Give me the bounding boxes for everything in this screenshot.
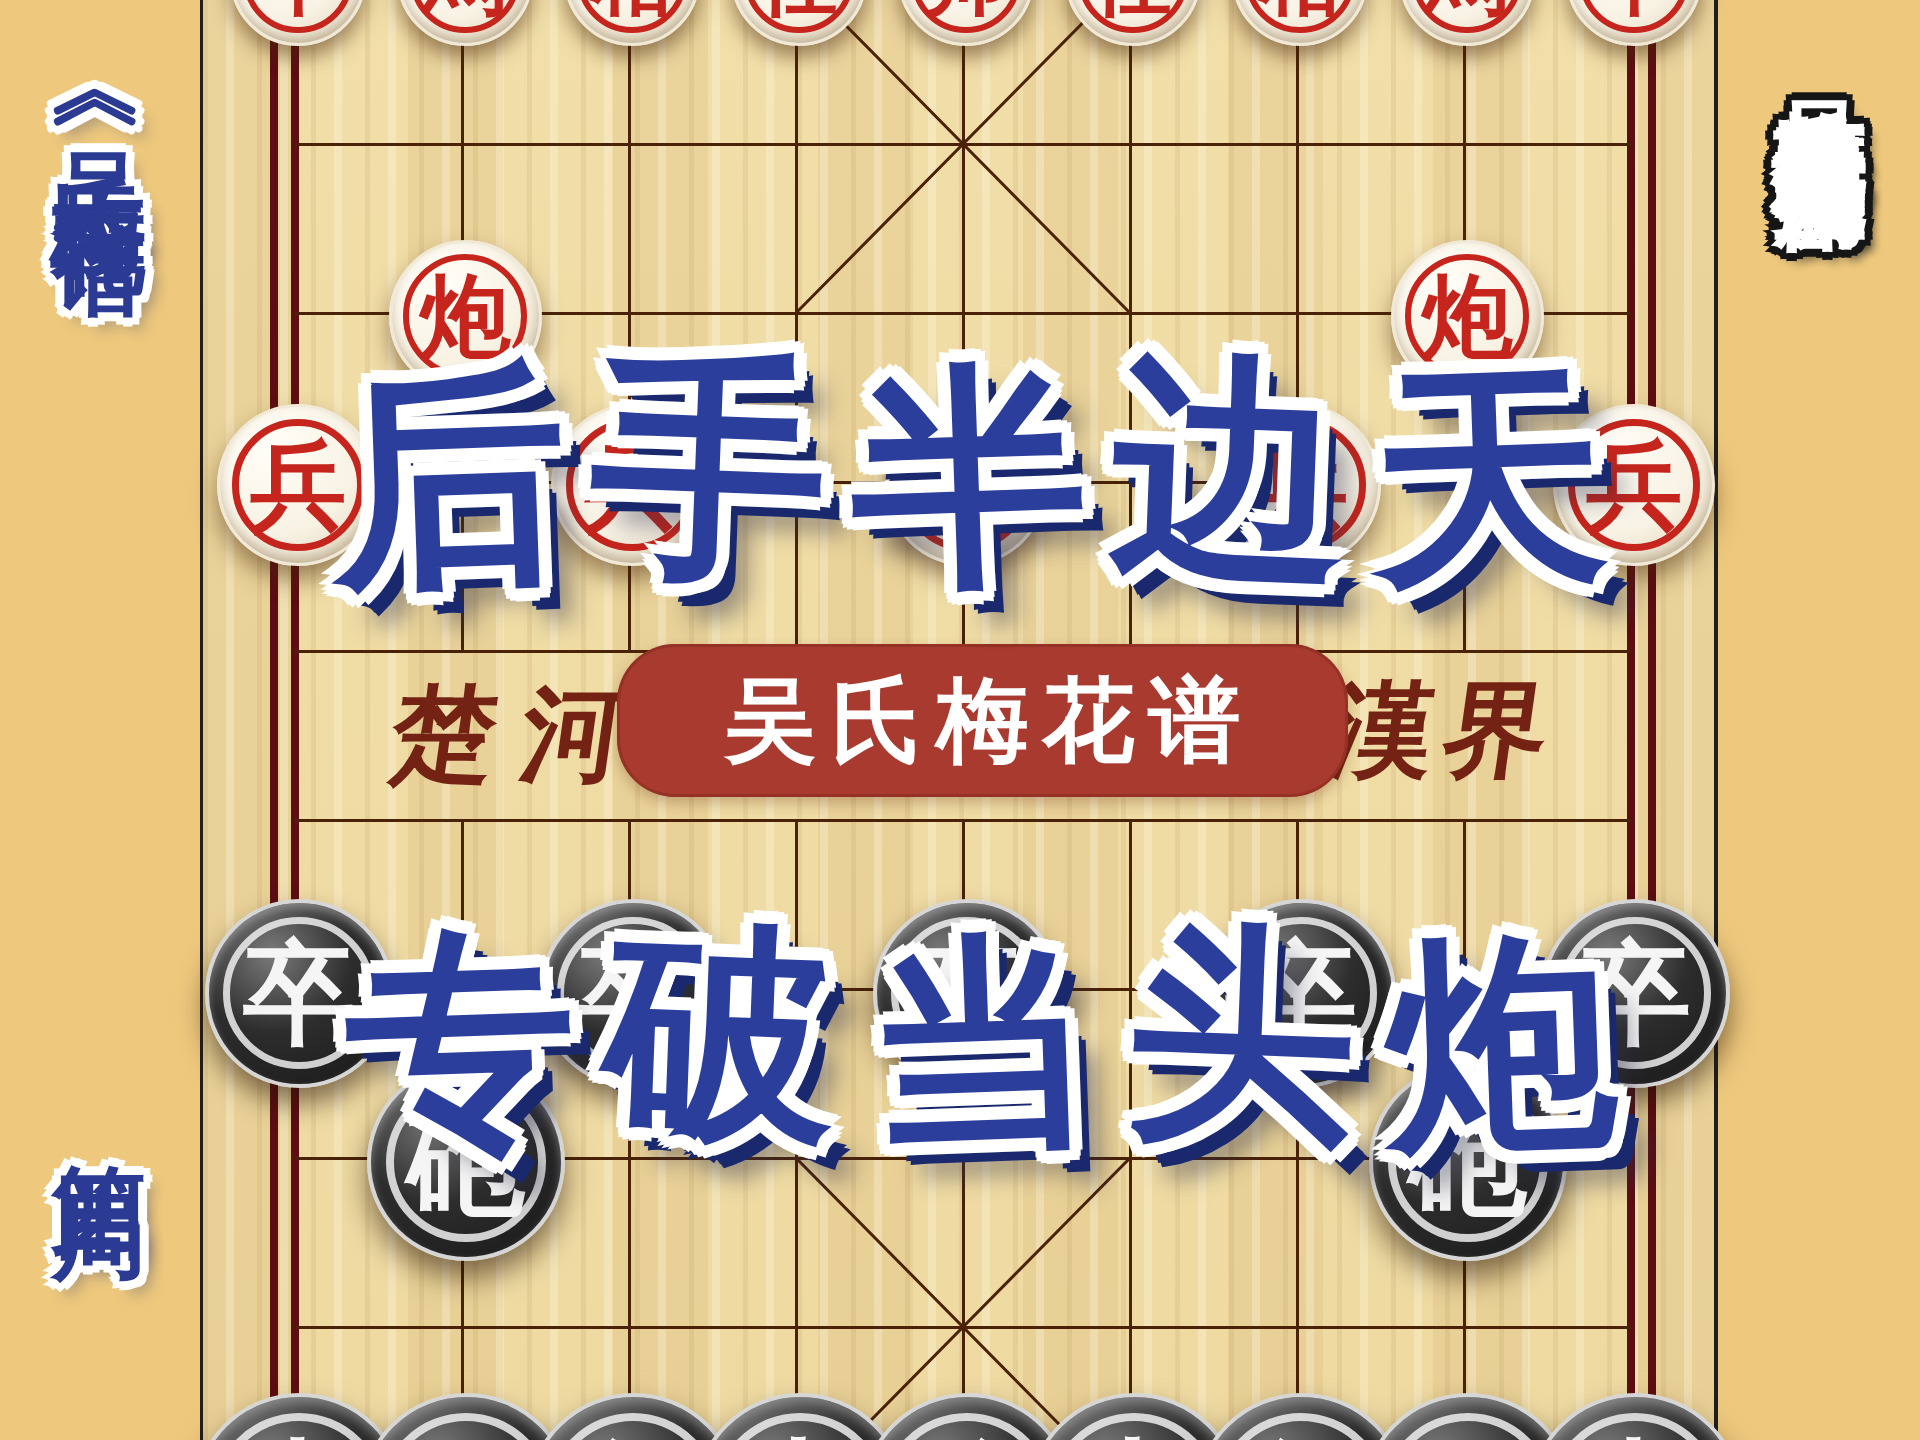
title-char: 手 [587, 347, 856, 593]
title-char: 专 [342, 925, 610, 1164]
piece-glyph: 馬 [425, 0, 506, 19]
page: 楚河 漢界 吴氏梅花谱 车馬相仕帅仕相馬车炮炮兵兵兵兵兵卒卒卒卒卒砲砲車馬象士將… [0, 0, 1920, 1440]
piece-glyph: 仕 [759, 0, 840, 19]
title-char: 破 [602, 916, 871, 1156]
main-title-top: 后手半边天 [331, 356, 1631, 592]
title-char: 天 [1367, 356, 1635, 601]
river-label-han-jie: 漢界 [1320, 662, 1568, 802]
piece-glyph: 馬 [1427, 0, 1508, 19]
piece-glyph: 馬 [402, 1436, 530, 1440]
piece-glyph: 帅 [926, 0, 1007, 19]
piece-glyph: 相 [592, 0, 673, 19]
left-panel-title: 《吴氏梅花谱》 [0, 62, 200, 174]
piece-glyph: 仕 [1093, 0, 1174, 19]
main-title-bottom: 专破当头炮 [346, 925, 1646, 1155]
piece-glyph: 车 [258, 0, 339, 19]
title-char: 炮 [1382, 925, 1650, 1164]
piece-glyph: 象 [569, 1436, 697, 1440]
piece-glyph: 车 [1594, 0, 1675, 19]
title-badge: 吴氏梅花谱 [617, 644, 1348, 797]
left-panel-subtitle: 第四局 [0, 1088, 200, 1136]
title-char: 边 [1107, 347, 1376, 593]
title-char: 头 [1122, 916, 1391, 1156]
piece-glyph: 車 [235, 1436, 363, 1440]
title-char: 当 [862, 925, 1130, 1164]
piece-glyph: 相 [1260, 0, 1341, 19]
piece-glyph: 車 [1571, 1436, 1699, 1440]
piece-glyph: 馬 [1404, 1436, 1532, 1440]
title-char: 半 [847, 356, 1115, 601]
right-panel-text: 吴氏梅花谱由清代吴梅盛先生所创作 [1722, 26, 1920, 90]
title-char: 后 [327, 356, 595, 601]
piece-glyph: 士 [1070, 1436, 1198, 1440]
badge-label: 吴氏梅花谱 [711, 659, 1255, 783]
piece-glyph: 象 [1237, 1436, 1365, 1440]
piece-glyph: 卒 [243, 937, 355, 1049]
piece-glyph: 士 [736, 1436, 864, 1440]
piece-glyph: 將 [903, 1436, 1031, 1440]
